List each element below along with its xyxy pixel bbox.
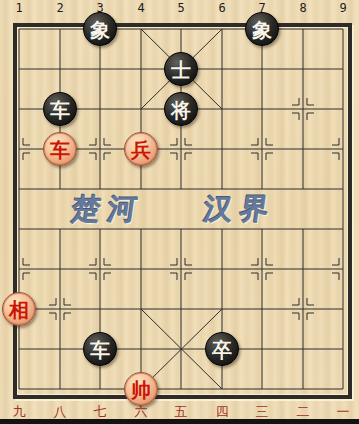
river-label-han: 汉界 <box>201 191 278 227</box>
piece-black-elephant[interactable]: 象 <box>83 12 117 46</box>
river-label-chu: 楚河 <box>69 191 146 227</box>
file-label-top-4: 4 <box>131 1 151 15</box>
file-label-bottom-9: 一 <box>332 403 354 418</box>
file-label-top-9: 9 <box>333 1 353 15</box>
file-label-bottom-6: 四 <box>211 403 233 418</box>
piece-black-soldier[interactable]: 卒 <box>205 332 239 366</box>
file-label-top-5: 5 <box>171 1 191 15</box>
file-label-top-2: 2 <box>50 1 70 15</box>
file-label-bottom-1: 九 <box>8 403 30 418</box>
piece-red-general[interactable]: 帅 <box>124 372 158 406</box>
piece-black-general[interactable]: 将 <box>164 92 198 126</box>
piece-red-chariot[interactable]: 车 <box>43 132 77 166</box>
piece-black-advisor[interactable]: 士 <box>164 52 198 86</box>
file-label-top-6: 6 <box>212 1 232 15</box>
file-label-bottom-7: 三 <box>251 403 273 418</box>
file-label-top-1: 1 <box>9 1 29 15</box>
piece-red-elephant[interactable]: 相 <box>2 292 36 326</box>
piece-black-chariot[interactable]: 车 <box>83 332 117 366</box>
piece-black-chariot[interactable]: 车 <box>43 92 77 126</box>
xiangqi-board: 123456789 楚河 汉界 象象士车将车兵相车卒帅 九八七六五四三二一 <box>0 0 359 424</box>
bottom-edge-bar <box>0 419 359 424</box>
file-label-top-8: 8 <box>293 1 313 15</box>
file-label-bottom-3: 七 <box>89 403 111 418</box>
piece-red-soldier[interactable]: 兵 <box>124 132 158 166</box>
file-label-bottom-2: 八 <box>49 403 71 418</box>
file-label-bottom-5: 五 <box>170 403 192 418</box>
piece-black-elephant[interactable]: 象 <box>245 12 279 46</box>
file-label-bottom-8: 二 <box>292 403 314 418</box>
